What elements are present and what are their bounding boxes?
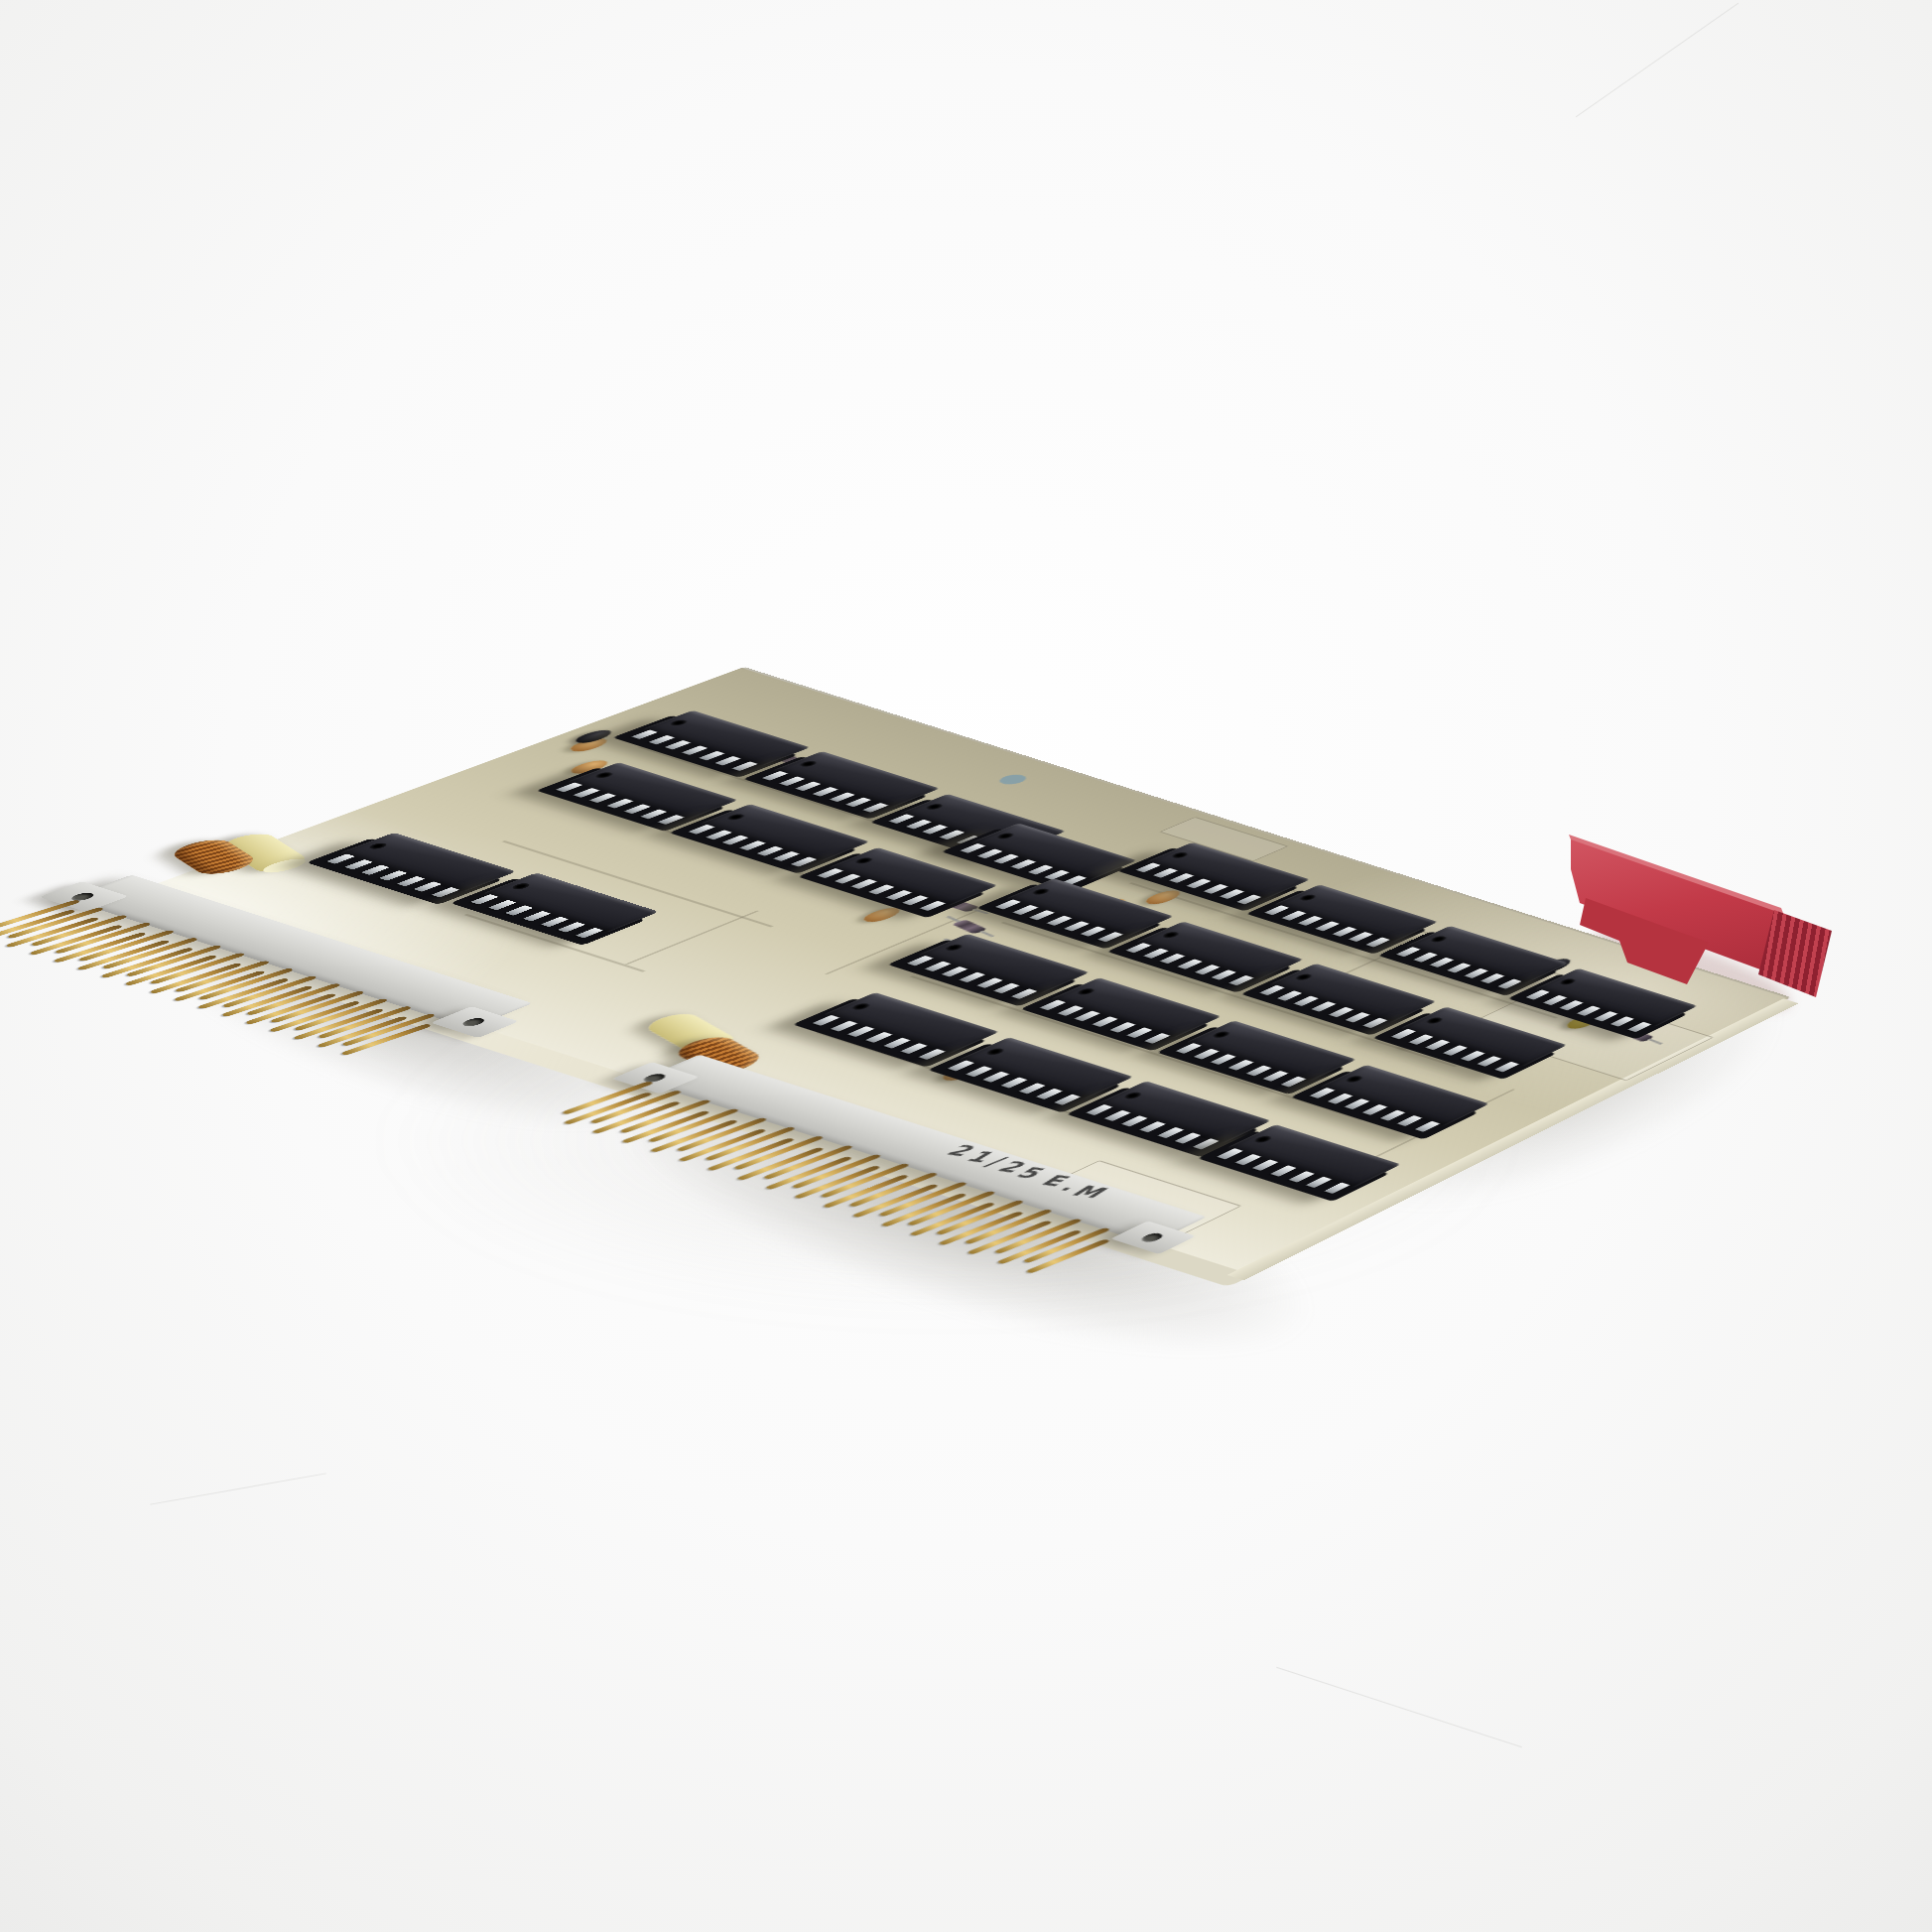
ic-pin [966, 1066, 992, 1077]
ic-pin [1252, 1160, 1279, 1171]
ic-pin [939, 830, 965, 839]
ic-pin [1139, 1121, 1166, 1132]
ic-pin [1157, 1127, 1184, 1138]
ic-pin [665, 740, 692, 750]
ic-pin [829, 792, 854, 802]
ic-pin [1018, 1083, 1045, 1094]
ic-pin [1328, 1007, 1352, 1018]
ic-pin [851, 879, 878, 889]
ic-pin [1349, 932, 1373, 942]
blue-paint-dot [994, 773, 1031, 786]
ic-pin [1000, 1078, 1027, 1089]
ic-pin [834, 873, 860, 883]
background-scratch [1276, 1667, 1522, 1747]
background-scratch [150, 1473, 325, 1504]
ic-pin [344, 859, 373, 869]
ic-pin [982, 1072, 1009, 1083]
lug-hole [1138, 1231, 1166, 1243]
ic-pin [812, 787, 837, 797]
ic-pin [1121, 1115, 1148, 1126]
ic-pin [1288, 1171, 1314, 1182]
ic-pin [976, 977, 1003, 988]
ic-pin [1270, 1165, 1296, 1176]
ic-pin [1362, 1104, 1388, 1115]
ic-pin [1481, 973, 1505, 983]
ic-pin [1081, 927, 1106, 937]
ic-pin [905, 820, 931, 830]
ic-pin [1594, 1011, 1617, 1021]
ic-pin [883, 1038, 910, 1049]
ic-pin [1126, 1027, 1152, 1038]
film-capacitor-endcap [263, 831, 312, 862]
ic-pin [1075, 1011, 1100, 1022]
ic-pin [1460, 1051, 1484, 1062]
ic-pin [722, 836, 749, 845]
ic-pin [1169, 873, 1194, 883]
ic-pin [1143, 949, 1169, 959]
ic-pin [714, 756, 740, 766]
ic-pin [1177, 959, 1203, 968]
ic-pin [1346, 1012, 1370, 1023]
lug-hole [459, 1017, 488, 1028]
ic-pin [885, 890, 912, 900]
background-scratch [1576, 3, 1739, 118]
ic-pin [573, 788, 599, 798]
ic-pin [1212, 969, 1237, 979]
ic-pin [773, 851, 800, 861]
ic-pin [868, 884, 895, 894]
ic-pin [739, 840, 766, 850]
ic-pin [1036, 1089, 1063, 1099]
extractor-handle [1548, 829, 1851, 1012]
ic-pin [1327, 1094, 1352, 1104]
ic-pin [1203, 884, 1227, 894]
ic-pin [1298, 916, 1323, 926]
ic-pin [1281, 911, 1306, 921]
ic-pin [1234, 1154, 1261, 1165]
ic-pin [1228, 1060, 1254, 1071]
ic-pin [1109, 1022, 1135, 1033]
ic-pin [901, 1043, 928, 1054]
glass-diode [952, 919, 987, 934]
ic-pin [706, 830, 732, 839]
ic-pin [1092, 1016, 1117, 1027]
ic-pin [623, 804, 650, 814]
ic-pin [847, 1026, 875, 1037]
ic-pin [379, 870, 408, 880]
ic-pin [830, 1021, 857, 1032]
ic-pin [845, 798, 871, 808]
ic-pin [1397, 1115, 1423, 1126]
ic-pin [1311, 1001, 1336, 1011]
ic-chip [1303, 1065, 1489, 1134]
ic-pin [959, 972, 985, 983]
ic-pin [361, 865, 390, 875]
ic-pin [1186, 878, 1211, 888]
ic-pin [1443, 1045, 1468, 1056]
ic-pin [1211, 1054, 1236, 1065]
ic-pin [541, 917, 569, 928]
ic-pin [1046, 916, 1072, 926]
ic-pin [1245, 1065, 1271, 1076]
ic-pin [589, 793, 616, 803]
ic-pin [523, 911, 551, 922]
ic-pin [558, 922, 585, 933]
ic-pin [922, 825, 948, 835]
ic-pin [414, 881, 443, 891]
ic-pin [648, 735, 675, 745]
ic-pin [796, 782, 822, 792]
ic-pin [756, 846, 783, 856]
ic-pin [1193, 1049, 1219, 1060]
ic-pin [1010, 859, 1036, 869]
silkscreen-trace [625, 910, 760, 965]
ic-pin [993, 854, 1019, 864]
ic-pin [1408, 1034, 1433, 1045]
ic-pin [1426, 1040, 1451, 1051]
ic-pin [1276, 990, 1301, 1000]
ic-pin [1057, 1005, 1083, 1016]
ic-pin [1160, 954, 1186, 964]
ic-pin [976, 848, 1002, 858]
product-photo-scene: 21/25 E.M [0, 0, 1932, 1932]
ic-pin [488, 900, 516, 910]
ic-pin [1194, 965, 1220, 974]
ic-pin [1103, 1110, 1130, 1121]
ic-pin [1175, 1132, 1202, 1143]
ic-pin [993, 983, 1020, 994]
ic-pin [1430, 958, 1455, 967]
ic-pin [1345, 1098, 1370, 1109]
ic-pin [1064, 921, 1090, 931]
ic-pin [682, 745, 708, 755]
ic-pin [924, 961, 951, 971]
ic-pin [606, 799, 633, 809]
ic-pin [1447, 963, 1472, 972]
ic-pin [779, 776, 805, 786]
ic-pin [865, 1032, 892, 1043]
ic-pin [1263, 1071, 1289, 1082]
ic-pin [1306, 1177, 1332, 1188]
ic-pin [640, 810, 667, 820]
ic-pin [1027, 864, 1053, 874]
ic-pin [1220, 889, 1244, 899]
ic-pin [1029, 910, 1055, 920]
ic-pin [1610, 1016, 1634, 1026]
ic-pin [902, 895, 928, 905]
ic-pin [1012, 905, 1038, 915]
ic-pin [1152, 868, 1177, 878]
ic-pin [1332, 927, 1356, 937]
ic-pin [699, 751, 724, 761]
ic-pin [1464, 968, 1488, 978]
ic-pin [942, 966, 968, 977]
ic-pin [1294, 996, 1319, 1006]
ic-pin [396, 876, 425, 886]
ic-pin [1413, 953, 1438, 963]
ic-pin [1315, 921, 1340, 931]
ic-pin [505, 905, 533, 915]
ic-pin [1379, 1109, 1405, 1120]
ic-pin [1478, 1056, 1502, 1067]
